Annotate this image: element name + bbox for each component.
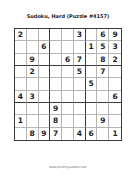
cell-r2-c2	[27, 41, 39, 53]
cell-r9-c1	[15, 128, 27, 140]
cell-r1-c8: 6	[97, 29, 109, 41]
cell-r6-c3	[39, 91, 51, 103]
cell-r5-c5	[62, 78, 74, 90]
cell-r6-c6	[74, 91, 86, 103]
cell-r3-c9: 2	[109, 54, 121, 66]
cell-r1-c3	[39, 29, 51, 41]
cell-r5-c2	[27, 78, 39, 90]
cell-r8-c6	[74, 115, 86, 127]
cell-r4-c3	[39, 66, 51, 78]
cell-r8-c2	[27, 115, 39, 127]
cell-r3-c7	[86, 54, 98, 66]
cell-r7-c4: 9	[50, 103, 62, 115]
cell-r1-c9: 9	[109, 29, 121, 41]
cell-r3-c2: 9	[27, 54, 39, 66]
cell-r6-c4	[50, 91, 62, 103]
cell-r2-c6	[74, 41, 86, 53]
cell-r6-c9: 6	[109, 91, 121, 103]
cell-r3-c6: 7	[74, 54, 86, 66]
cell-r8-c3	[39, 115, 51, 127]
cell-r1-c4	[50, 29, 62, 41]
cell-r8-c7	[86, 115, 98, 127]
cell-r3-c3	[39, 54, 51, 66]
cell-r9-c5	[62, 128, 74, 140]
cell-r3-c8: 8	[97, 54, 109, 66]
cell-r9-c9: 1	[109, 128, 121, 140]
cell-r4-c2: 2	[27, 66, 39, 78]
cell-r7-c7	[86, 103, 98, 115]
cell-r7-c8	[97, 103, 109, 115]
cell-r4-c6: 5	[74, 66, 86, 78]
cell-r9-c2: 8	[27, 128, 39, 140]
cell-r5-c1	[15, 78, 27, 90]
cell-r9-c3: 9	[39, 128, 51, 140]
cell-r6-c7	[86, 91, 98, 103]
cell-r1-c1: 2	[15, 29, 27, 41]
cell-r7-c1	[15, 103, 27, 115]
cell-r5-c7: 5	[86, 78, 98, 90]
cell-r8-c4: 8	[50, 115, 62, 127]
cell-r1-c6: 3	[74, 29, 86, 41]
cell-r7-c6	[74, 103, 86, 115]
cell-r8-c1: 1	[15, 115, 27, 127]
cell-r9-c7: 6	[86, 128, 98, 140]
cell-r9-c4: 7	[50, 128, 62, 140]
cell-r8-c9	[109, 115, 121, 127]
cell-r5-c9	[109, 78, 121, 90]
cell-r7-c2	[27, 103, 39, 115]
cell-r4-c7	[86, 66, 98, 78]
cell-r6-c2: 3	[27, 91, 39, 103]
cell-r4-c9	[109, 66, 121, 78]
cell-r8-c5	[62, 115, 74, 127]
cell-r3-c4	[50, 54, 62, 66]
cell-r1-c7	[86, 29, 98, 41]
cell-r5-c8	[97, 78, 109, 90]
cell-r7-c9	[109, 103, 121, 115]
cell-r1-c5	[62, 29, 74, 41]
cell-r3-c1	[15, 54, 27, 66]
cell-r2-c3: 6	[39, 41, 51, 53]
cell-r2-c8: 5	[97, 41, 109, 53]
cell-r2-c1	[15, 41, 27, 53]
cell-r7-c3	[39, 103, 51, 115]
cell-r4-c4	[50, 66, 62, 78]
cell-r1-c2	[27, 29, 39, 41]
cell-r7-c5	[62, 103, 74, 115]
cell-r4-c8: 7	[97, 66, 109, 78]
cell-r2-c7: 1	[86, 41, 98, 53]
footer-watermark: www.printmysudoku.com	[0, 165, 136, 169]
cell-r8-c8: 9	[97, 115, 109, 127]
cell-r4-c5	[62, 66, 74, 78]
cell-r2-c4	[50, 41, 62, 53]
cell-r6-c5	[62, 91, 74, 103]
cell-r4-c1	[15, 66, 27, 78]
page-title: Sudoku, Hard (Puzzle #4157)	[0, 13, 136, 20]
cell-r9-c8	[97, 128, 109, 140]
cell-r5-c6	[74, 78, 86, 90]
cell-r5-c3	[39, 78, 51, 90]
cell-r2-c9: 3	[109, 41, 121, 53]
cell-r3-c5: 6	[62, 54, 74, 66]
cell-r5-c4	[50, 78, 62, 90]
cell-r9-c6: 4	[74, 128, 86, 140]
sudoku-board: 236961539678225754369189897461	[14, 28, 122, 141]
cell-r6-c8	[97, 91, 109, 103]
cell-r2-c5	[62, 41, 74, 53]
cell-r6-c1: 4	[15, 91, 27, 103]
